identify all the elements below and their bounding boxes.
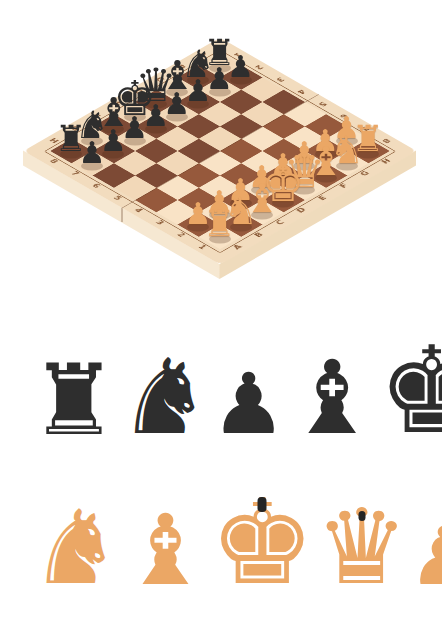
black-pieces-row: ♜♞♟♝♚♛	[30, 320, 412, 438]
chess-piece-glyph: ♝	[286, 338, 377, 457]
chess-piece-glyph: ♜	[30, 343, 118, 457]
chess-piece-glyph: ♟	[211, 355, 286, 453]
queen-finial	[358, 511, 365, 521]
king-finial	[258, 497, 267, 512]
wooden-queen-figure: ♛	[315, 507, 408, 588]
chess-piece-glyph: ♛	[315, 486, 408, 608]
board-top-face: 1827364554637281AHBGCFDEEDFCGBHA	[23, 37, 416, 264]
coordinate-label: G	[358, 169, 370, 176]
chess-piece-glyph: ♚	[209, 473, 315, 611]
wooden-bishop-figure: ♝	[121, 512, 209, 588]
illustration-canvas: 1827364554637281AHBGCFDEEDFCGBHA ♜♞♝♚♛♝♞…	[0, 0, 442, 626]
coordinate-label: B	[252, 231, 264, 238]
board-fold-seam-side	[121, 207, 123, 222]
coordinate-label: 1	[196, 243, 207, 250]
coordinate-label: 2	[175, 231, 186, 238]
coordinate-label: 5	[111, 194, 122, 201]
coordinate-label: 8	[48, 157, 59, 164]
black-king-figure: ♚	[378, 344, 442, 438]
coordinate-label: A	[231, 243, 243, 250]
chess-piece-glyph: ♝	[121, 493, 209, 607]
coordinate-label: F	[338, 182, 349, 189]
coordinate-label: H	[379, 157, 391, 164]
wooden-pieces-row: ♞♝♚♛♟♜	[30, 464, 412, 588]
coordinate-label: E	[316, 194, 327, 201]
wooden-pawn-figure: ♟	[408, 526, 442, 588]
black-rook-figure: ♜	[30, 362, 118, 438]
coordinate-label: D	[295, 206, 307, 213]
coordinate-label: 7	[69, 170, 80, 177]
wooden-knight-figure: ♞	[30, 508, 121, 588]
black-pawn-figure: ♟	[211, 372, 286, 438]
black-bishop-figure: ♝	[286, 358, 377, 438]
chess-piece-glyph: ♚	[378, 321, 442, 460]
wooden-king-figure: ♚	[209, 496, 315, 588]
black-knight-figure: ♞	[118, 357, 211, 438]
chess-piece-glyph: ♞	[118, 357, 211, 438]
chess-piece-glyph: ♟	[408, 510, 442, 603]
coordinate-label: 3	[154, 219, 165, 226]
chess-piece-glyph: ♞	[30, 508, 121, 588]
coordinate-label: C	[274, 219, 286, 226]
coordinate-label: 4	[132, 206, 143, 213]
coordinate-label: 6	[90, 182, 101, 189]
chess-board: 1827364554637281AHBGCFDEEDFCGBHA ♜♞♝♚♛♝♞…	[23, 37, 416, 281]
